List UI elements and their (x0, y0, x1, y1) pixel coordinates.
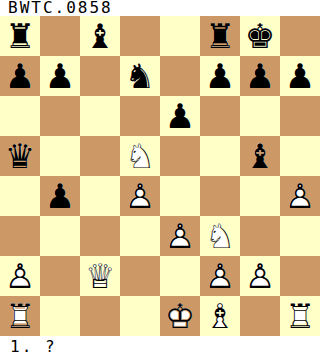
move-prompt: 1. ? (0, 336, 320, 360)
square-b5[interactable] (40, 136, 80, 176)
square-d3[interactable] (120, 216, 160, 256)
square-a8[interactable]: ♖♜ (0, 16, 40, 56)
square-h2[interactable] (280, 256, 320, 296)
piece-black-bishop: ♗♝ (240, 136, 280, 176)
square-f5[interactable] (200, 136, 240, 176)
piece-black-pawn: ♙♟ (280, 56, 320, 96)
piece-white-pawn: ♟♙ (200, 256, 240, 296)
square-a6[interactable] (0, 96, 40, 136)
piece-outline-layer: ♜ (0, 16, 40, 56)
square-c7[interactable] (80, 56, 120, 96)
piece-outline-layer: ♙ (280, 176, 320, 216)
square-f1[interactable]: ♝♗ (200, 296, 240, 336)
piece-white-queen: ♛♕ (80, 256, 120, 296)
square-h3[interactable] (280, 216, 320, 256)
piece-black-knight: ♘♞ (120, 56, 160, 96)
square-d4[interactable]: ♟♙ (120, 176, 160, 216)
square-c8[interactable]: ♗♝ (80, 16, 120, 56)
square-e1[interactable]: ♚♔ (160, 296, 200, 336)
square-f4[interactable] (200, 176, 240, 216)
piece-white-rook: ♜♖ (0, 296, 40, 336)
square-d2[interactable] (120, 256, 160, 296)
piece-white-knight: ♞♘ (120, 136, 160, 176)
square-c6[interactable] (80, 96, 120, 136)
square-g6[interactable] (240, 96, 280, 136)
piece-outline-layer: ♝ (240, 136, 280, 176)
square-c1[interactable] (80, 296, 120, 336)
square-c5[interactable] (80, 136, 120, 176)
piece-outline-layer: ♛ (0, 136, 40, 176)
square-e7[interactable] (160, 56, 200, 96)
piece-outline-layer: ♜ (200, 16, 240, 56)
piece-outline-layer: ♚ (240, 16, 280, 56)
piece-white-pawn: ♟♙ (120, 176, 160, 216)
piece-outline-layer: ♙ (120, 176, 160, 216)
square-f3[interactable]: ♞♘ (200, 216, 240, 256)
piece-outline-layer: ♟ (0, 56, 40, 96)
square-d6[interactable] (120, 96, 160, 136)
piece-black-rook: ♖♜ (200, 16, 240, 56)
piece-outline-layer: ♟ (280, 56, 320, 96)
square-e5[interactable] (160, 136, 200, 176)
square-a7[interactable]: ♙♟ (0, 56, 40, 96)
piece-black-pawn: ♙♟ (160, 96, 200, 136)
piece-outline-layer: ♟ (200, 56, 240, 96)
square-a1[interactable]: ♜♖ (0, 296, 40, 336)
square-h7[interactable]: ♙♟ (280, 56, 320, 96)
square-h4[interactable]: ♟♙ (280, 176, 320, 216)
square-a2[interactable]: ♟♙ (0, 256, 40, 296)
chess-training-window: BWTC.0858 ♖♜♗♝♖♜♔♚♙♟♙♟♘♞♙♟♙♟♙♟♙♟♕♛♞♘♗♝♙♟… (0, 0, 320, 360)
piece-outline-layer: ♙ (0, 256, 40, 296)
piece-outline-layer: ♟ (240, 56, 280, 96)
piece-black-pawn: ♙♟ (40, 56, 80, 96)
square-e3[interactable]: ♟♙ (160, 216, 200, 256)
square-d1[interactable] (120, 296, 160, 336)
square-d5[interactable]: ♞♘ (120, 136, 160, 176)
square-h5[interactable] (280, 136, 320, 176)
square-h6[interactable] (280, 96, 320, 136)
square-e2[interactable] (160, 256, 200, 296)
square-h1[interactable]: ♜♖ (280, 296, 320, 336)
piece-outline-layer: ♟ (160, 96, 200, 136)
square-c3[interactable] (80, 216, 120, 256)
square-b6[interactable] (40, 96, 80, 136)
square-g1[interactable] (240, 296, 280, 336)
square-c4[interactable] (80, 176, 120, 216)
piece-black-bishop: ♗♝ (80, 16, 120, 56)
piece-black-pawn: ♙♟ (200, 56, 240, 96)
square-c2[interactable]: ♛♕ (80, 256, 120, 296)
square-e8[interactable] (160, 16, 200, 56)
piece-black-pawn: ♙♟ (0, 56, 40, 96)
square-g7[interactable]: ♙♟ (240, 56, 280, 96)
piece-black-pawn: ♙♟ (40, 176, 80, 216)
square-b3[interactable] (40, 216, 80, 256)
square-f6[interactable] (200, 96, 240, 136)
square-e6[interactable]: ♙♟ (160, 96, 200, 136)
square-a3[interactable] (0, 216, 40, 256)
piece-white-bishop: ♝♗ (200, 296, 240, 336)
piece-white-pawn: ♟♙ (240, 256, 280, 296)
square-d7[interactable]: ♘♞ (120, 56, 160, 96)
square-g4[interactable] (240, 176, 280, 216)
piece-white-pawn: ♟♙ (280, 176, 320, 216)
piece-white-rook: ♜♖ (280, 296, 320, 336)
piece-outline-layer: ♘ (200, 216, 240, 256)
square-b1[interactable] (40, 296, 80, 336)
piece-white-pawn: ♟♙ (0, 256, 40, 296)
piece-white-pawn: ♟♙ (160, 216, 200, 256)
square-d8[interactable] (120, 16, 160, 56)
square-b2[interactable] (40, 256, 80, 296)
square-a5[interactable]: ♕♛ (0, 136, 40, 176)
square-f2[interactable]: ♟♙ (200, 256, 240, 296)
piece-black-king: ♔♚ (240, 16, 280, 56)
piece-outline-layer: ♟ (40, 176, 80, 216)
square-g3[interactable] (240, 216, 280, 256)
square-e4[interactable] (160, 176, 200, 216)
square-b7[interactable]: ♙♟ (40, 56, 80, 96)
piece-outline-layer: ♗ (200, 296, 240, 336)
square-b8[interactable] (40, 16, 80, 56)
window-title: BWTC.0858 (0, 0, 320, 16)
piece-outline-layer: ♝ (80, 16, 120, 56)
piece-outline-layer: ♖ (0, 296, 40, 336)
square-b4[interactable]: ♙♟ (40, 176, 80, 216)
piece-black-queen: ♕♛ (0, 136, 40, 176)
piece-outline-layer: ♙ (200, 256, 240, 296)
piece-black-pawn: ♙♟ (240, 56, 280, 96)
piece-outline-layer: ♘ (120, 136, 160, 176)
square-f7[interactable]: ♙♟ (200, 56, 240, 96)
piece-white-king: ♚♔ (160, 296, 200, 336)
piece-white-knight: ♞♘ (200, 216, 240, 256)
chess-board: ♖♜♗♝♖♜♔♚♙♟♙♟♘♞♙♟♙♟♙♟♙♟♕♛♞♘♗♝♙♟♟♙♟♙♟♙♞♘♟♙… (0, 16, 320, 336)
piece-outline-layer: ♔ (160, 296, 200, 336)
piece-outline-layer: ♖ (280, 296, 320, 336)
square-g5[interactable]: ♗♝ (240, 136, 280, 176)
piece-outline-layer: ♕ (80, 256, 120, 296)
square-g8[interactable]: ♔♚ (240, 16, 280, 56)
square-f8[interactable]: ♖♜ (200, 16, 240, 56)
piece-outline-layer: ♙ (240, 256, 280, 296)
piece-outline-layer: ♞ (120, 56, 160, 96)
square-h8[interactable] (280, 16, 320, 56)
square-a4[interactable] (0, 176, 40, 216)
piece-black-rook: ♖♜ (0, 16, 40, 56)
piece-outline-layer: ♙ (160, 216, 200, 256)
square-g2[interactable]: ♟♙ (240, 256, 280, 296)
piece-outline-layer: ♟ (40, 56, 80, 96)
